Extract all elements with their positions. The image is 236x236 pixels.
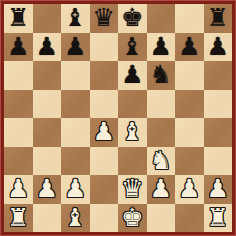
piece-white-pawn[interactable]: ♟ [7, 175, 29, 204]
square-a3[interactable] [4, 147, 33, 176]
piece-white-pawn[interactable]: ♟ [64, 175, 86, 204]
square-c6[interactable] [61, 61, 90, 90]
square-g2[interactable]: ♟ [175, 175, 204, 204]
piece-black-pawn[interactable]: ♟ [64, 33, 86, 62]
piece-white-rook[interactable]: ♜ [7, 204, 29, 233]
square-f5[interactable] [147, 90, 176, 119]
square-b7[interactable]: ♟ [33, 33, 62, 62]
piece-black-queen[interactable]: ♛ [93, 4, 115, 33]
square-h8[interactable]: ♜ [204, 4, 233, 33]
square-g3[interactable] [175, 147, 204, 176]
square-g7[interactable]: ♟ [175, 33, 204, 62]
square-c1[interactable]: ♝ [61, 204, 90, 233]
piece-white-king[interactable]: ♚ [121, 204, 143, 233]
square-d4[interactable]: ♟ [90, 118, 119, 147]
piece-black-pawn[interactable]: ♟ [7, 33, 29, 62]
square-g1[interactable] [175, 204, 204, 233]
piece-black-pawn[interactable]: ♟ [36, 33, 58, 62]
square-b1[interactable] [33, 204, 62, 233]
piece-black-king[interactable]: ♚ [121, 4, 143, 33]
square-b2[interactable]: ♟ [33, 175, 62, 204]
square-e2[interactable]: ♛ [118, 175, 147, 204]
square-g6[interactable] [175, 61, 204, 90]
piece-black-pawn[interactable]: ♟ [178, 33, 200, 62]
square-h4[interactable] [204, 118, 233, 147]
square-f3[interactable]: ♞ [147, 147, 176, 176]
square-e7[interactable]: ♝ [118, 33, 147, 62]
piece-black-pawn[interactable]: ♟ [150, 33, 172, 62]
square-b5[interactable] [33, 90, 62, 119]
piece-white-pawn[interactable]: ♟ [36, 175, 58, 204]
square-a6[interactable] [4, 61, 33, 90]
piece-black-rook[interactable]: ♜ [7, 4, 29, 33]
piece-black-bishop[interactable]: ♝ [121, 33, 143, 62]
square-h3[interactable] [204, 147, 233, 176]
square-f8[interactable] [147, 4, 176, 33]
piece-black-knight[interactable]: ♞ [150, 61, 172, 90]
piece-black-pawn[interactable]: ♟ [121, 61, 143, 90]
piece-white-knight[interactable]: ♞ [150, 147, 172, 176]
square-f2[interactable]: ♟ [147, 175, 176, 204]
square-d7[interactable] [90, 33, 119, 62]
square-f7[interactable]: ♟ [147, 33, 176, 62]
square-a2[interactable]: ♟ [4, 175, 33, 204]
square-e1[interactable]: ♚ [118, 204, 147, 233]
square-a4[interactable] [4, 118, 33, 147]
square-g5[interactable] [175, 90, 204, 119]
board-grid: ♜♝♛♚♜♟♟♟♝♟♟♟♟♞♟♝♞♟♟♟♛♟♟♟♜♝♚♜ [4, 4, 232, 232]
square-f6[interactable]: ♞ [147, 61, 176, 90]
square-c5[interactable] [61, 90, 90, 119]
square-b3[interactable] [33, 147, 62, 176]
square-e6[interactable]: ♟ [118, 61, 147, 90]
square-e5[interactable] [118, 90, 147, 119]
square-e4[interactable]: ♝ [118, 118, 147, 147]
square-d5[interactable] [90, 90, 119, 119]
piece-black-bishop[interactable]: ♝ [64, 4, 86, 33]
piece-white-pawn[interactable]: ♟ [93, 118, 115, 147]
square-d3[interactable] [90, 147, 119, 176]
square-d6[interactable] [90, 61, 119, 90]
piece-white-bishop[interactable]: ♝ [64, 204, 86, 233]
square-e3[interactable] [118, 147, 147, 176]
piece-white-bishop[interactable]: ♝ [121, 118, 143, 147]
square-f4[interactable] [147, 118, 176, 147]
square-c2[interactable]: ♟ [61, 175, 90, 204]
square-d8[interactable]: ♛ [90, 4, 119, 33]
square-h5[interactable] [204, 90, 233, 119]
piece-white-pawn[interactable]: ♟ [150, 175, 172, 204]
square-b8[interactable] [33, 4, 62, 33]
square-c7[interactable]: ♟ [61, 33, 90, 62]
piece-white-queen[interactable]: ♛ [121, 175, 143, 204]
square-d1[interactable] [90, 204, 119, 233]
square-g4[interactable] [175, 118, 204, 147]
square-a1[interactable]: ♜ [4, 204, 33, 233]
square-c4[interactable] [61, 118, 90, 147]
square-h2[interactable]: ♟ [204, 175, 233, 204]
piece-white-pawn[interactable]: ♟ [207, 175, 229, 204]
square-a5[interactable] [4, 90, 33, 119]
square-c8[interactable]: ♝ [61, 4, 90, 33]
square-a7[interactable]: ♟ [4, 33, 33, 62]
square-h1[interactable]: ♜ [204, 204, 233, 233]
square-g8[interactable] [175, 4, 204, 33]
square-h7[interactable]: ♟ [204, 33, 233, 62]
square-b6[interactable] [33, 61, 62, 90]
piece-black-pawn[interactable]: ♟ [207, 33, 229, 62]
chessboard: ♜♝♛♚♜♟♟♟♝♟♟♟♟♞♟♝♞♟♟♟♛♟♟♟♜♝♚♜ [0, 0, 236, 236]
square-a8[interactable]: ♜ [4, 4, 33, 33]
square-e8[interactable]: ♚ [118, 4, 147, 33]
piece-white-rook[interactable]: ♜ [207, 204, 229, 233]
piece-white-pawn[interactable]: ♟ [178, 175, 200, 204]
piece-black-rook[interactable]: ♜ [207, 4, 229, 33]
square-f1[interactable] [147, 204, 176, 233]
square-d2[interactable] [90, 175, 119, 204]
square-c3[interactable] [61, 147, 90, 176]
square-b4[interactable] [33, 118, 62, 147]
square-h6[interactable] [204, 61, 233, 90]
